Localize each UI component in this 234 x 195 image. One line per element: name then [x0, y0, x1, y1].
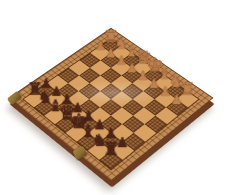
square-g4 [133, 107, 155, 124]
square-h5 [134, 124, 157, 141]
chess-board: ♜♞♝♛♚♝♞♜♟♟♟♟♟♟♟♟♟♟♟♟♟♟♟♟♜♞♝♛♚♝♞♜ [8, 28, 213, 182]
square-h3 [155, 107, 177, 124]
square-e5 [100, 99, 122, 116]
square-f5 [111, 107, 133, 124]
square-h4 [145, 116, 167, 133]
black-rook-glyph: ♜ [103, 140, 119, 158]
white-pawn-glyph: ♟ [169, 93, 185, 106]
square-g5 [122, 116, 144, 133]
square-f4 [122, 99, 144, 116]
chess-set-photo: ♜♞♝♛♚♝♞♜♟♟♟♟♟♟♟♟♟♟♟♟♟♟♟♟♜♞♝♛♚♝♞♜ [0, 0, 234, 195]
